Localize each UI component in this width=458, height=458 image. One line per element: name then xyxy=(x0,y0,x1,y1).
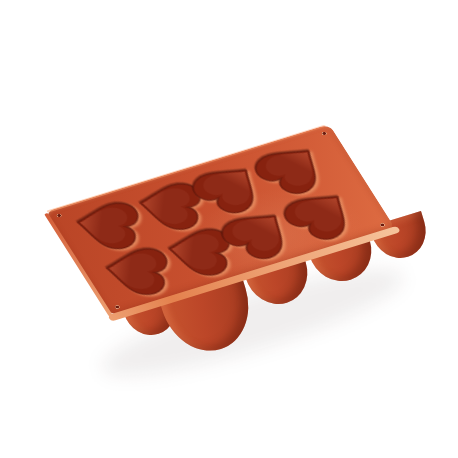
corner-hole-3 xyxy=(378,222,385,227)
corner-hole-2 xyxy=(320,131,327,136)
heart-cavities-group xyxy=(45,124,329,212)
product-photo-heart-silicone-mold xyxy=(0,0,458,458)
